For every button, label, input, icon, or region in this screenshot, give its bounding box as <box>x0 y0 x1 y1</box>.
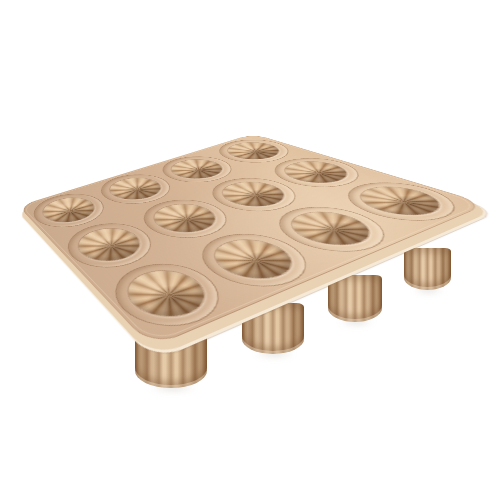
pan-foot-4 <box>404 248 451 290</box>
pan-foot-1 <box>135 330 207 388</box>
product-photo-stage <box>0 0 492 492</box>
pan-foot-2 <box>242 303 304 354</box>
pan-foot-3 <box>328 275 382 322</box>
